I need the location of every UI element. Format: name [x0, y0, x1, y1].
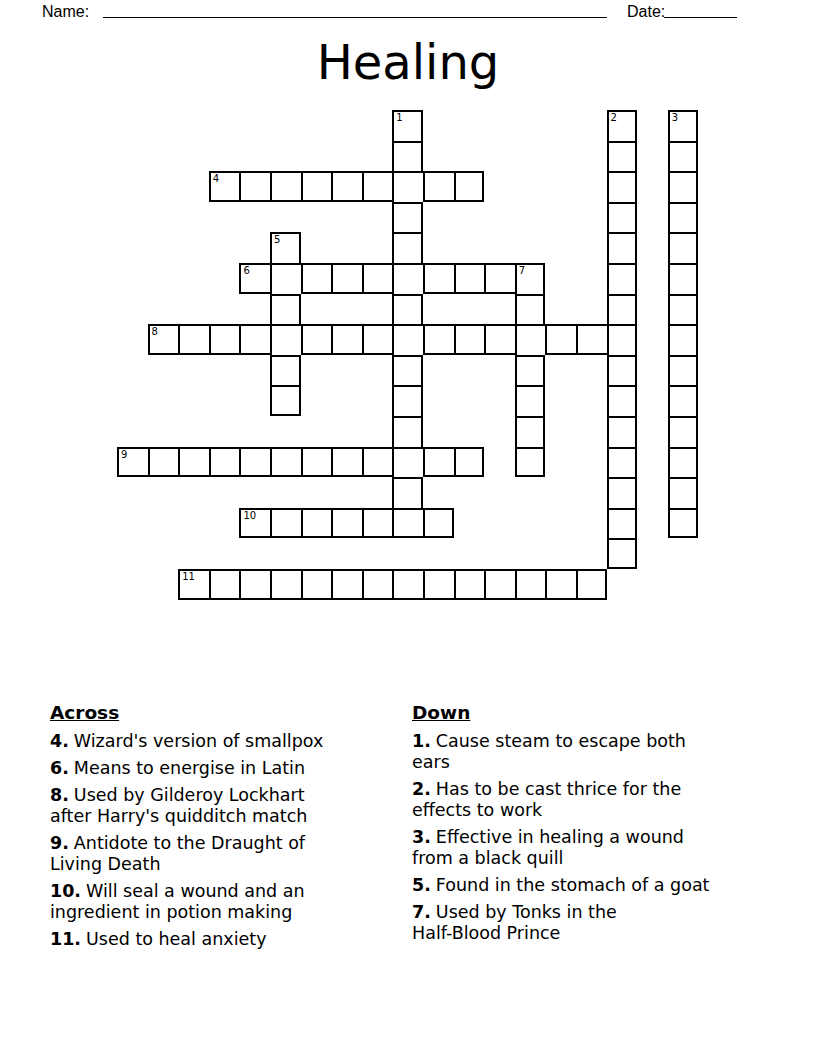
crossword-cell	[148, 447, 179, 478]
worksheet-page: Name: Date: Healing 1234567891011 Across…	[0, 0, 816, 1056]
crossword-cell	[270, 447, 301, 478]
clue-text: Has to be cast thrice for the effects to…	[412, 779, 681, 820]
crossword-cell	[392, 141, 423, 172]
across-clue-item: 9.Antidote to the Draught of Living Deat…	[50, 833, 392, 875]
crossword-cell	[576, 324, 607, 355]
crossword-cell	[484, 569, 515, 600]
crossword-cell	[607, 141, 638, 172]
crossword-cell	[668, 263, 699, 294]
crossword-cell	[515, 385, 546, 416]
crossword-cell	[362, 263, 393, 294]
clue-number: 5.	[412, 875, 431, 895]
crossword-cell	[607, 294, 638, 325]
clue-text: Used by Gilderoy Lockhart after Harry's …	[50, 785, 307, 826]
clue-number: 8.	[50, 785, 69, 805]
crossword-cell	[239, 171, 270, 202]
clue-text: Wizard's version of smallpox	[74, 731, 324, 751]
crossword-cell: 8	[148, 324, 179, 355]
cell-number: 9	[121, 449, 127, 461]
crossword-cell	[607, 447, 638, 478]
crossword-cell	[362, 447, 393, 478]
puzzle-title: Healing	[0, 36, 816, 88]
crossword-cell	[607, 232, 638, 263]
crossword-cell	[607, 202, 638, 233]
crossword-cell	[454, 447, 485, 478]
clue-text: Found in the stomach of a goat	[436, 875, 710, 895]
crossword-cell	[301, 569, 332, 600]
cell-number: 2	[611, 112, 617, 124]
crossword-cell	[484, 263, 515, 294]
crossword-cell	[668, 202, 699, 233]
across-clue-item: 10.Will seal a wound and an ingredient i…	[50, 881, 392, 923]
down-clue-list: 1.Cause steam to escape both ears2.Has t…	[412, 731, 754, 944]
crossword-cell	[607, 355, 638, 386]
crossword-cell	[515, 294, 546, 325]
crossword-cell	[515, 324, 546, 355]
crossword-cell: 3	[668, 110, 699, 141]
crossword-cell	[270, 508, 301, 539]
crossword-cell	[423, 324, 454, 355]
down-heading: Down	[412, 702, 754, 724]
crossword-cell	[484, 324, 515, 355]
crossword-cell	[607, 477, 638, 508]
crossword-cell	[209, 324, 240, 355]
clue-number: 7.	[412, 902, 431, 922]
date-label: Date:	[627, 3, 665, 21]
crossword-cell	[362, 171, 393, 202]
crossword-cell	[668, 171, 699, 202]
crossword-cell	[607, 416, 638, 447]
clue-text: Will seal a wound and an ingredient in p…	[50, 881, 305, 922]
crossword-cell	[331, 508, 362, 539]
crossword-cell	[607, 538, 638, 569]
cell-number: 4	[213, 173, 219, 185]
crossword-cell	[270, 171, 301, 202]
cell-number: 6	[243, 265, 249, 277]
crossword-cell	[668, 508, 699, 539]
crossword-cell	[362, 324, 393, 355]
crossword-cell	[668, 324, 699, 355]
crossword-cell: 11	[178, 569, 209, 600]
crossword-cell	[392, 569, 423, 600]
crossword-cell	[392, 324, 423, 355]
clue-number: 2.	[412, 779, 431, 799]
cell-number: 1	[396, 112, 402, 124]
clue-text: Antidote to the Draught of Living Death	[50, 833, 305, 874]
crossword-cell	[515, 416, 546, 447]
crossword-cell: 9	[117, 447, 148, 478]
crossword-cell	[270, 324, 301, 355]
across-clue-list: 4.Wizard's version of smallpox6.Means to…	[50, 731, 392, 950]
crossword-cell	[515, 447, 546, 478]
crossword-cell	[301, 447, 332, 478]
crossword-cell	[607, 324, 638, 355]
crossword-cell	[270, 294, 301, 325]
crossword-cell	[331, 263, 362, 294]
clue-text: Used by Tonks in the Half-Blood Prince	[412, 902, 617, 943]
crossword-cell	[301, 171, 332, 202]
date-blank-line	[664, 0, 737, 18]
clue-number: 11.	[50, 929, 81, 949]
down-clue-item: 1.Cause steam to escape both ears	[412, 731, 754, 773]
crossword-cell: 4	[209, 171, 240, 202]
crossword-cell	[423, 508, 454, 539]
crossword-cell: 2	[607, 110, 638, 141]
crossword-cell	[668, 141, 699, 172]
down-clue-item: 7.Used by Tonks in the Half-Blood Prince	[412, 902, 754, 944]
crossword-cell	[668, 232, 699, 263]
cell-number: 8	[152, 326, 158, 338]
crossword-cell	[392, 171, 423, 202]
crossword-cell	[668, 294, 699, 325]
crossword-cell	[209, 447, 240, 478]
crossword-cell	[668, 355, 699, 386]
crossword-cell	[301, 263, 332, 294]
across-heading: Across	[50, 702, 392, 724]
crossword-cell	[423, 569, 454, 600]
crossword-cell	[515, 569, 546, 600]
crossword-grid: 1234567891011	[117, 110, 698, 600]
crossword-cell	[331, 569, 362, 600]
crossword-cell	[607, 385, 638, 416]
crossword-cell	[392, 232, 423, 263]
name-blank-line	[103, 0, 607, 18]
across-clue-item: 11.Used to heal anxiety	[50, 929, 392, 950]
crossword-cell	[270, 569, 301, 600]
crossword-cell	[576, 569, 607, 600]
crossword-cell	[423, 263, 454, 294]
crossword-cell	[392, 294, 423, 325]
crossword-cell	[178, 447, 209, 478]
crossword-cell	[178, 324, 209, 355]
crossword-cell	[392, 202, 423, 233]
crossword-cell: 5	[270, 232, 301, 263]
crossword-cell	[668, 416, 699, 447]
down-clue-item: 2.Has to be cast thrice for the effects …	[412, 779, 754, 821]
crossword-cell	[668, 447, 699, 478]
crossword-cell	[362, 508, 393, 539]
clue-text: Means to energise in Latin	[74, 758, 305, 778]
cell-number: 11	[182, 571, 195, 583]
crossword-cell	[270, 385, 301, 416]
crossword-cell	[392, 263, 423, 294]
crossword-cell	[209, 569, 240, 600]
crossword-cell	[392, 477, 423, 508]
crossword-cell	[239, 447, 270, 478]
down-clue-item: 3.Effective in healing a wound from a bl…	[412, 827, 754, 869]
crossword-cell	[331, 324, 362, 355]
across-clues-section: Across 4.Wizard's version of smallpox6.M…	[50, 702, 392, 956]
cell-number: 7	[519, 265, 525, 277]
down-clue-item: 5.Found in the stomach of a goat	[412, 875, 754, 896]
down-clues-section: Down 1.Cause steam to escape both ears2.…	[412, 702, 754, 950]
crossword-cell	[668, 477, 699, 508]
clue-number: 10.	[50, 881, 81, 901]
crossword-cell	[270, 263, 301, 294]
crossword-cell	[392, 385, 423, 416]
clue-text: Cause steam to escape both ears	[412, 731, 686, 772]
crossword-cell	[545, 324, 576, 355]
cell-number: 3	[672, 112, 678, 124]
crossword-cell: 6	[239, 263, 270, 294]
crossword-cell	[668, 385, 699, 416]
crossword-cell	[392, 508, 423, 539]
crossword-cell	[301, 324, 332, 355]
clue-number: 6.	[50, 758, 69, 778]
name-label: Name:	[42, 3, 89, 21]
crossword-cell: 10	[239, 508, 270, 539]
crossword-cell	[331, 447, 362, 478]
across-clue-item: 6.Means to energise in Latin	[50, 758, 392, 779]
clue-number: 1.	[412, 731, 431, 751]
clue-number: 3.	[412, 827, 431, 847]
crossword-cell	[515, 355, 546, 386]
crossword-cell	[454, 171, 485, 202]
crossword-cell	[301, 508, 332, 539]
clue-number: 9.	[50, 833, 69, 853]
cell-number: 5	[274, 234, 280, 246]
crossword-cell	[545, 569, 576, 600]
clue-text: Effective in healing a wound from a blac…	[412, 827, 684, 868]
crossword-cell	[423, 447, 454, 478]
crossword-cell	[239, 324, 270, 355]
clue-number: 4.	[50, 731, 69, 751]
crossword-cell	[423, 171, 454, 202]
crossword-cell	[392, 416, 423, 447]
crossword-cell	[607, 171, 638, 202]
crossword-cell: 7	[515, 263, 546, 294]
crossword-cell	[454, 263, 485, 294]
crossword-cell	[607, 508, 638, 539]
crossword-cell	[270, 355, 301, 386]
crossword-cell: 1	[392, 110, 423, 141]
crossword-cell	[362, 569, 393, 600]
clue-text: Used to heal anxiety	[86, 929, 267, 949]
crossword-cell	[392, 447, 423, 478]
cell-number: 10	[243, 510, 256, 522]
crossword-cell	[454, 569, 485, 600]
across-clue-item: 4.Wizard's version of smallpox	[50, 731, 392, 752]
crossword-cell	[454, 324, 485, 355]
crossword-cell	[392, 355, 423, 386]
crossword-cell	[331, 171, 362, 202]
crossword-cell	[607, 263, 638, 294]
across-clue-item: 8.Used by Gilderoy Lockhart after Harry'…	[50, 785, 392, 827]
crossword-cell	[239, 569, 270, 600]
